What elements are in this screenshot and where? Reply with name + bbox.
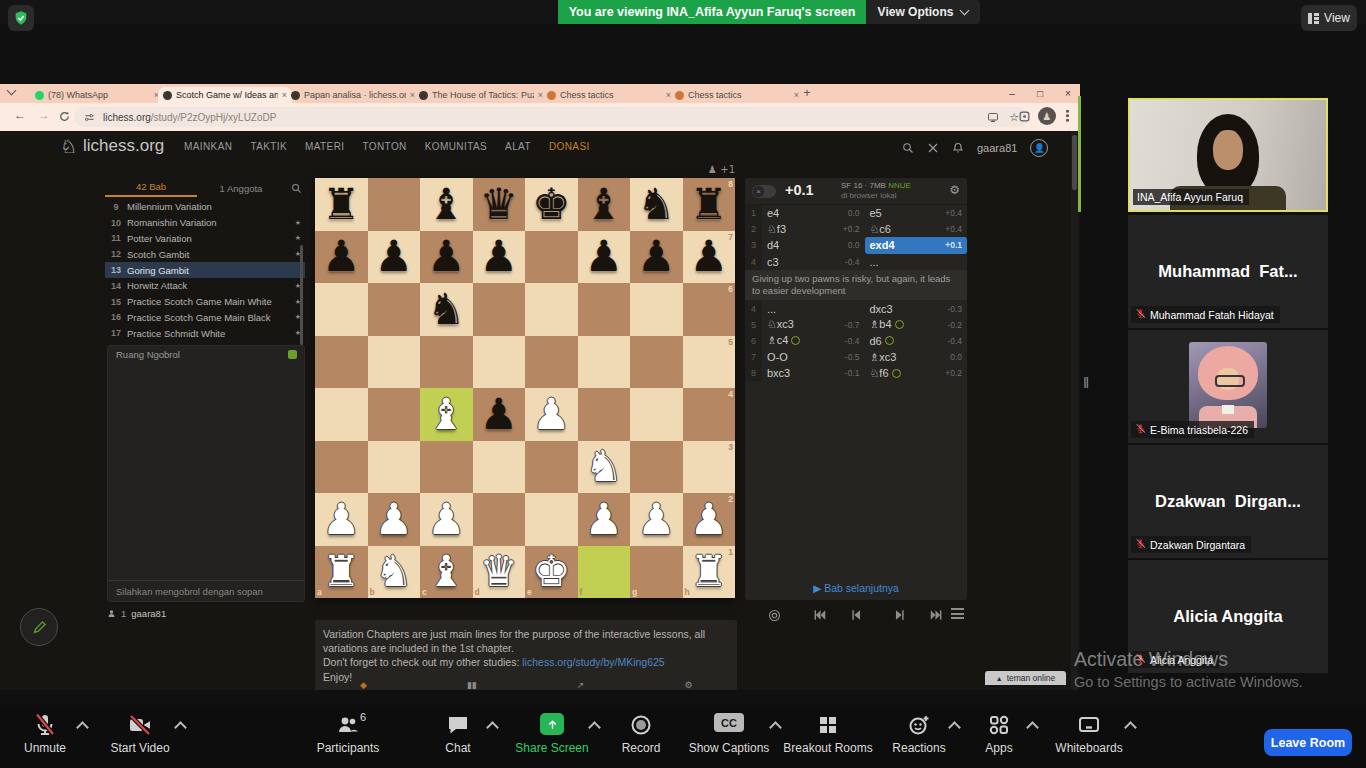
move-eval: -0.4 [845,336,860,346]
menu-hamburger-icon[interactable] [951,608,964,619]
white-move[interactable]: ♘xc3-0.7 [762,317,865,333]
move-san: ♗b4 [870,318,892,331]
window-maximize-button[interactable]: □ [1028,84,1052,102]
white-piece-n: ♞ [368,546,421,599]
move-san: ♗c4 [767,334,788,347]
square-e6[interactable] [525,283,578,336]
black-move[interactable]: ♘f6+0.2 [865,365,968,381]
participant-tile: E-Bima triasbela-226 [1128,330,1328,443]
nav-item-alat[interactable]: ALAT [505,141,531,152]
chapter-row[interactable]: 17Practice Schmidt White★ [105,325,305,341]
browser-tab[interactable]: Papan analisa · lichess.org× [286,87,420,103]
coord-rank-1: 1 [728,547,733,557]
friends-online-button[interactable]: ▲ teman online [985,671,1066,685]
avatar-collar [1222,405,1234,414]
browser-tab-strip: (78) WhatsApp×Scotch Game w/ Ideas and O… [0,84,1080,103]
square-a8[interactable]: ♜ [315,178,368,231]
square-g4[interactable] [630,388,683,441]
black-piece-n: ♞ [630,178,683,231]
square-b1[interactable]: ♞b [368,546,421,599]
square-c5[interactable] [420,336,473,389]
square-c6[interactable]: ♞ [420,283,473,336]
square-h2[interactable]: ♟2 [683,493,736,546]
view-options-button[interactable]: View Options [866,0,980,24]
square-d1[interactable]: ♛d [473,546,526,599]
square-f6[interactable] [578,283,631,336]
square-h7[interactable]: ♟7 [683,231,736,284]
square-f7[interactable]: ♟ [578,231,631,284]
annotation-circle-icon [885,336,894,345]
chapter-row[interactable]: 11Potter Variation★ [105,231,305,247]
move-eval: +0.2 [843,224,860,234]
square-h5[interactable]: 5 [683,336,736,389]
search-icon[interactable] [902,142,914,154]
chapter-title: Practice Schmidt White [127,328,291,339]
toolbar-apps-icon [987,713,1011,737]
toolbar-record-icon [629,713,653,737]
square-f8[interactable]: ♝ [578,178,631,231]
black-piece-p: ♟ [420,231,473,284]
annotation-circle-icon [892,369,901,378]
participant-name: E-Bima triasbela-226 [1150,424,1248,436]
window-close-button[interactable]: × [1056,84,1080,102]
white-piece-k: ♚ [525,546,578,599]
tab-favicon-whatsapp [35,91,44,100]
share-icon[interactable]: ↗ [577,680,585,690]
participant-name-label: Muhammad Fatah Hidayat [1131,306,1280,323]
white-move[interactable]: ♗c4-0.4 [762,333,865,349]
square-h3[interactable]: 3 [683,441,736,494]
tab-title: (78) WhatsApp [48,90,150,100]
lichess-page: ♘ lichess.org MAINKANTAKTIKMATERITONTONK… [0,131,1080,690]
white-move[interactable]: bxc3-0.1 [762,365,865,381]
square-b3[interactable] [368,441,421,494]
first-move-button[interactable] [813,608,827,622]
security-shield-button[interactable] [8,5,34,31]
square-e1[interactable]: ♚e [525,546,578,599]
move-eval: +0.4 [945,208,962,218]
toolbar-breakout-rooms-label: Breakout Rooms [783,741,872,755]
square-d7[interactable]: ♟ [473,231,526,284]
black-piece-p: ♟ [578,231,631,284]
toolbar-participants-label: Participants [317,741,380,755]
move-eval: -0.5 [845,352,860,362]
move-san: d4 [767,239,779,251]
square-d3[interactable] [473,441,526,494]
view-button[interactable]: View [1301,5,1357,31]
square-h6[interactable]: 6 [683,283,736,336]
square-e7[interactable] [525,231,578,284]
square-c2[interactable]: ♟ [420,493,473,546]
square-f2[interactable]: ♟ [578,493,631,546]
square-h4[interactable]: 4 [683,388,736,441]
square-a3[interactable] [315,441,368,494]
toolbar-reactions-label: Reactions [892,741,945,755]
black-piece-p: ♟ [315,231,368,284]
settings-icon[interactable]: ⚙ [684,680,692,690]
move-number: 4 [745,300,762,316]
user-avatar-icon[interactable]: 👤 [1030,139,1048,157]
square-f1[interactable]: f [578,546,631,599]
black-move[interactable]: ♗xc30.0 [865,349,968,365]
move-san: ♘xc3 [767,318,794,331]
comment-line-2: Don't forget to check out my other studi… [323,655,729,669]
chat-presence-indicator [288,350,297,359]
move-san: e5 [870,207,882,219]
move-eval: -0.3 [947,304,962,314]
person-face [1213,130,1243,170]
square-c4[interactable]: ♝ [420,388,473,441]
chapter-title: Romanishin Variation [127,217,291,228]
chapter-scrollbar[interactable] [300,245,303,345]
lichess-nav: MAINKANTAKTIKMATERITONTONKOMUNITASALATDO… [184,141,590,152]
prev-move-button[interactable] [849,608,863,622]
study-side-tabs: 42 Bab 1 Anggota [105,180,305,197]
tab-title: Chess tactics [560,90,662,100]
participant-name-label: E-Bima triasbela-226 [1131,421,1254,438]
move-san: c3 [767,256,779,268]
browser-toolbar: ← → lichess.org/study/P2zOypHj/xyLUZoDP [0,103,1080,131]
nav-item-taktik[interactable]: TAKTIK [250,141,287,152]
sidebar-drag-handle[interactable]: ‖ [1083,374,1091,396]
browser-tab[interactable]: Chess tactics× [670,87,804,103]
black-move[interactable]: exd4+0.1 [865,237,968,253]
coord-rank-5: 5 [728,337,733,347]
toolbar-share-screen-label: Share Screen [515,741,588,755]
move-san: ♘f3 [767,223,786,236]
member-count: 1 [121,608,126,619]
engine-toggle[interactable]: × [752,185,776,198]
study-link[interactable]: lichess.org/study/by/MKing625 [522,656,664,668]
toolbar-breakout-rooms-icon [816,713,840,737]
new-tab-button[interactable]: + [800,86,814,100]
square-g7[interactable]: ♟ [630,231,683,284]
square-a2[interactable]: ♟ [315,493,368,546]
move-number: 8 [745,365,762,381]
participant-name-label: Dzakwan Dirgantara [1131,536,1251,553]
black-piece-p: ♟ [473,388,526,441]
square-c1[interactable]: ♝c [420,546,473,599]
member-icon [107,609,116,618]
square-d5[interactable] [473,336,526,389]
analysis-rings-icon[interactable] [767,608,782,623]
lichess-wordmark: lichess.org [83,136,164,156]
white-move[interactable]: e40.0 [762,205,865,221]
page-scrollbar-thumb[interactable] [1072,135,1077,190]
square-h1[interactable]: ♜1h [683,546,736,599]
next-move-button[interactable] [893,608,907,622]
annotation-circle-icon [791,336,800,345]
square-a7[interactable]: ♟ [315,231,368,284]
square-a5[interactable] [315,336,368,389]
leave-room-button[interactable]: Leave Room [1264,729,1352,756]
engine-eval: +0.1 [785,182,814,198]
move-san: exd4 [870,239,895,251]
muted-mic-icon [1135,423,1146,436]
square-g2[interactable]: ♟ [630,493,683,546]
white-move[interactable]: O-O-0.5 [762,349,865,365]
tab-favicon-lichess [163,91,172,100]
chapter-search-icon[interactable] [291,183,302,194]
chat-input[interactable]: Silahkan mengobrol dengan sopan [108,580,304,601]
move-row: 2♘f3+0.2♘c6+0.4 [745,221,967,237]
browser-tab[interactable]: The House of Tactics: Puzzle H× [414,87,548,103]
move-row: 6♗c4-0.4d6-0.4 [745,333,967,349]
move-row: 3d40.0exd4+0.1 [745,237,967,253]
chat-panel: Ruang Ngobrol Silahkan mengobrol dengan … [107,345,305,602]
engine-settings-gear-icon[interactable]: ⚙ [949,183,960,197]
white-move[interactable]: ... [762,300,865,316]
square-d2[interactable] [473,493,526,546]
extensions-icon[interactable] [1018,110,1031,123]
study-footer-icons: ◆ ▮▮ ↗ ⚙ [315,680,780,690]
coord-file-g: g [632,587,637,597]
coord-file-b: b [370,587,375,597]
activate-windows-watermark-line2: Go to Settings to activate Windows. [1074,674,1303,690]
toolbar-participants-button[interactable]: Participants [293,713,403,755]
chat-header: Ruang Ngobrol [108,346,304,362]
lichess-knight-icon: ♘ [60,135,77,157]
tab-chapters[interactable]: 42 Bab [105,180,197,197]
black-piece-p: ♟ [683,231,736,284]
chapter-number: 13 [105,265,127,275]
square-b8[interactable] [368,178,421,231]
chapter-row[interactable]: 15Practice Scotch Game Main White★ [105,294,305,310]
comment-line-1: Variation Chapters are just main lines f… [323,627,729,655]
black-piece-p: ♟ [473,231,526,284]
back-button[interactable]: ← [14,108,26,122]
shield-check-icon [13,10,29,26]
square-b5[interactable] [368,336,421,389]
notifications-bell-icon[interactable] [952,142,964,154]
move-number: 3 [745,237,762,253]
white-piece-r: ♜ [315,546,368,599]
participant-name-label: INA_Afifa Ayyun Faruq [1133,189,1249,205]
black-move[interactable]: ♘c6+0.4 [865,221,968,237]
square-g1[interactable]: g [630,546,683,599]
move-san: bxc3 [767,367,790,379]
coord-rank-6: 6 [728,284,733,294]
move-san: dxc3 [870,303,893,315]
nav-item-komunitas[interactable]: KOMUNITAS [425,141,487,152]
nav-item-donasi[interactable]: DONASI [549,141,590,152]
move-row: 4c3-0.4... [745,254,967,270]
square-a6[interactable] [315,283,368,336]
coord-file-e: e [527,587,532,597]
chapter-number: 14 [105,281,127,291]
chapter-title: Potter Variation [127,233,291,244]
square-g6[interactable] [630,283,683,336]
browser-tab[interactable]: (78) WhatsApp× [30,87,164,103]
chapter-star-icon: ★ [291,234,305,242]
white-piece-n: ♞ [578,441,631,494]
toolbar-share-screen-icon [540,713,564,737]
square-b6[interactable] [368,283,421,336]
muted-mic-icon [1135,538,1146,551]
chapter-title: Practice Scotch Game Main Black [127,312,291,323]
toolbar-reactions-icon [907,713,931,737]
square-d4[interactable]: ♟ [473,388,526,441]
view-options-label: View Options [878,5,954,19]
move-san: e4 [767,207,779,219]
reload-button[interactable] [58,110,71,123]
nav-item-materi[interactable]: MATERI [305,141,344,152]
chapter-title: Millennium Variation [127,201,291,212]
black-move[interactable]: ... [865,254,968,270]
address-bar[interactable]: lichess.org/study/P2zOypHj/xyLUZoDP ☆ [74,107,1029,127]
square-c3[interactable] [420,441,473,494]
white-move[interactable]: ♘f3+0.2 [762,221,865,237]
white-piece-p: ♟ [578,493,631,546]
square-e2[interactable] [525,493,578,546]
toolbar-unmute-label: Unmute [24,741,66,755]
white-piece-p: ♟ [630,493,683,546]
chapter-row[interactable]: 14Horwitz Attack★ [105,278,305,294]
chapter-number: 10 [105,218,127,228]
tab-members[interactable]: 1 Anggota [197,183,285,194]
toolbar-whiteboards-button[interactable]: Whiteboards [1034,713,1144,755]
challenges-crossed-swords-icon[interactable] [927,142,939,154]
chapter-row[interactable]: 12Scotch Gambit★ [105,246,305,262]
move-eval: -0.4 [845,257,860,267]
open-in-window-icon[interactable] [987,111,999,123]
chat-title: Ruang Ngobrol [116,349,180,360]
square-g3[interactable] [630,441,683,494]
tab-search-chevron-icon[interactable] [7,86,17,96]
browser-tab[interactable]: Chess tactics× [542,87,676,103]
square-d6[interactable] [473,283,526,336]
square-a1[interactable]: ♜a [315,546,368,599]
engine-header: × +0.1 SF 16 · 7MB NNUE di browser lokal… [745,178,967,205]
next-chapter-link[interactable]: ▶ Bab selanjutnya [745,582,967,594]
browser-tab[interactable]: Scotch Game w/ Ideas and Out× [158,87,292,103]
tab-title: Scotch Game w/ Ideas and Out [176,90,278,100]
square-e3[interactable] [525,441,578,494]
page-scrollbar-track [1071,131,1078,690]
zoom-bottom-toolbar: UnmuteStart VideoParticipants6ChatShare … [0,705,1366,768]
forward-button[interactable]: → [38,108,50,122]
toolbar-apps-label: Apps [985,741,1012,755]
toolbar-whiteboards-icon [1077,713,1101,737]
browser-profile-avatar[interactable]: ♟ [1038,107,1056,125]
square-d8[interactable]: ♛ [473,178,526,231]
participant-name: Dzakwan Dirgantara [1150,539,1245,551]
url-text: lichess.org/study/P2zOypHj/xyLUZoDP [103,112,276,123]
shared-browser-window: (78) WhatsApp×Scotch Game w/ Ideas and O… [0,84,1080,690]
username[interactable]: gaara81 [977,142,1017,154]
tab-close-icon[interactable]: × [794,90,799,100]
square-g8[interactable]: ♞ [630,178,683,231]
coord-file-h: h [685,587,690,597]
black-move[interactable]: ♗b4-0.2 [865,317,968,333]
chapter-row[interactable]: 16Practice Scotch Game Main Black★ [105,310,305,326]
square-f4[interactable] [578,388,631,441]
toolbar-show-captions-button[interactable]: CCShow Captions [674,713,784,755]
chapter-number: 15 [105,297,127,307]
white-move[interactable]: d40.0 [762,237,865,253]
black-move[interactable]: e5+0.4 [865,205,968,221]
site-settings-icon[interactable] [84,112,95,123]
edit-study-pencil-button[interactable] [20,608,58,646]
chapter-row[interactable]: 10Romanishin Variation★ [105,215,305,231]
material-advantage: ♟ +1 [660,164,735,175]
move-row: 5♘xc3-0.7♗b4-0.2 [745,317,967,333]
participant-tile: INA_Afifa Ayyun Faruq [1128,98,1328,212]
analysis-panel: × +0.1 SF 16 · 7MB NNUE di browser lokal… [745,178,967,600]
toolbar-start-video-button[interactable]: Start Video [85,713,195,755]
browser-menu-icon[interactable] [1066,109,1069,122]
nav-item-mainkan[interactable]: MAINKAN [184,141,232,152]
toolbar-unmute-icon [33,713,57,737]
chapter-row[interactable]: 13Goring Gambit [105,262,305,278]
flame-icon[interactable]: ◆ [360,680,367,690]
window-minimize-button[interactable]: – [1000,84,1024,102]
white-move[interactable]: c3-0.4 [762,254,865,270]
participant-tile: Muhammad Fat...Muhammad Fatah Hidayat [1128,215,1328,328]
chess-board: ♜♝♛♚♝♞♜8♟♟♟♟♟♟♟7♞65♝♟♟4♞3♟♟♟♟♟♟2♜a♞b♝c♛d… [315,178,735,598]
square-c7[interactable]: ♟ [420,231,473,284]
engine-info: SF 16 · 7MB NNUE di browser lokal [841,181,911,201]
move-san: ... [767,303,776,315]
black-piece-r: ♜ [315,178,368,231]
pause-icon[interactable]: ▮▮ [467,680,477,690]
lichess-logo[interactable]: ♘ lichess.org [60,135,164,157]
view-label: View [1324,11,1350,25]
toolbar-start-video-icon [128,713,152,737]
white-piece-p: ♟ [683,493,736,546]
arrow-up-icon: ▲ [996,675,1003,682]
move-number: 1 [745,205,762,221]
move-row: 7O-O-0.5♗xc30.0 [745,349,967,365]
toolbar-record-label: Record [622,741,661,755]
square-b2[interactable]: ♟ [368,493,421,546]
move-eval: -0.4 [947,336,962,346]
square-f5[interactable] [578,336,631,389]
square-h8[interactable]: ♜8 [683,178,736,231]
black-move[interactable]: d6-0.4 [865,333,968,349]
tab-title: The House of Tactics: Puzzle H [432,90,534,100]
member-name[interactable]: gaara81 [131,608,166,619]
square-e5[interactable] [525,336,578,389]
participants-count-badge: 6 [360,711,366,723]
square-b7[interactable]: ♟ [368,231,421,284]
white-piece-b: ♝ [420,546,473,599]
coord-file-f: f [580,587,583,597]
square-f3[interactable]: ♞ [578,441,631,494]
move-san: O-O [767,351,788,363]
toolbar-participants-icon [336,713,360,737]
chapter-row[interactable]: 9Millennium Variation [105,199,305,215]
tab-title: Papan analisa · lichess.org [304,90,406,100]
move-number: 7 [745,349,762,365]
chapter-number: 11 [105,233,127,243]
chapter-number: 16 [105,312,127,322]
last-move-button[interactable] [929,608,943,622]
coord-rank-7: 7 [728,232,733,242]
nav-item-tonton[interactable]: TONTON [362,141,406,152]
square-e8[interactable]: ♚ [525,178,578,231]
black-move[interactable]: dxc3-0.3 [865,300,968,316]
square-c8[interactable]: ♝ [420,178,473,231]
move-san: ♘c6 [870,223,891,236]
square-g5[interactable] [630,336,683,389]
move-row: 1e40.0e5+0.4 [745,205,967,221]
square-a4[interactable] [315,388,368,441]
square-b4[interactable] [368,388,421,441]
profile-glyph: ♟ [1043,111,1052,122]
black-piece-r: ♜ [683,178,736,231]
square-e4[interactable]: ♟ [525,388,578,441]
